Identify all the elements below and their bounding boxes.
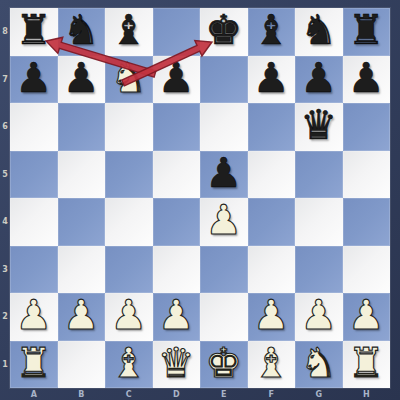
file-label-a: A — [10, 388, 58, 400]
square-a8[interactable]: ♜ — [10, 8, 58, 56]
square-e7[interactable] — [200, 56, 248, 104]
square-h1[interactable]: ♜ — [343, 341, 391, 389]
square-g4[interactable] — [295, 198, 343, 246]
square-c6[interactable] — [105, 103, 153, 151]
square-c1[interactable]: ♝ — [105, 341, 153, 389]
square-d7[interactable]: ♟ — [153, 56, 201, 104]
square-h3[interactable] — [343, 246, 391, 294]
square-c4[interactable] — [105, 198, 153, 246]
file-label-h: H — [343, 388, 391, 400]
square-f6[interactable] — [248, 103, 296, 151]
piece-black-P-b7[interactable]: ♟ — [63, 58, 100, 99]
square-f3[interactable] — [248, 246, 296, 294]
square-d1[interactable]: ♛ — [153, 341, 201, 389]
square-d5[interactable] — [153, 151, 201, 199]
square-e4[interactable]: ♟ — [200, 198, 248, 246]
square-g5[interactable] — [295, 151, 343, 199]
rank-label-5: 5 — [0, 151, 10, 199]
piece-white-P-h2[interactable]: ♟ — [348, 295, 385, 336]
square-d4[interactable] — [153, 198, 201, 246]
square-b2[interactable]: ♟ — [58, 293, 106, 341]
file-label-g: G — [295, 388, 343, 400]
square-f4[interactable] — [248, 198, 296, 246]
piece-white-P-b2[interactable]: ♟ — [63, 295, 100, 336]
square-g8[interactable]: ♞ — [295, 8, 343, 56]
file-labels: ABCDEFGH — [10, 388, 390, 400]
square-h7[interactable]: ♟ — [343, 56, 391, 104]
piece-black-P-h7[interactable]: ♟ — [348, 58, 385, 99]
square-e8[interactable]: ♚ — [200, 8, 248, 56]
square-g6[interactable]: ♛ — [295, 103, 343, 151]
piece-black-R-a8[interactable]: ♜ — [15, 10, 52, 51]
file-label-d: D — [153, 388, 201, 400]
rank-label-4: 4 — [0, 198, 10, 246]
piece-black-N-g8[interactable]: ♞ — [300, 10, 337, 51]
square-e5[interactable]: ♟ — [200, 151, 248, 199]
square-b3[interactable] — [58, 246, 106, 294]
square-b6[interactable] — [58, 103, 106, 151]
square-c2[interactable]: ♟ — [105, 293, 153, 341]
square-h5[interactable] — [343, 151, 391, 199]
piece-black-P-d7[interactable]: ♟ — [158, 58, 195, 99]
square-c5[interactable] — [105, 151, 153, 199]
piece-white-R-h1[interactable]: ♜ — [348, 343, 385, 384]
square-e2[interactable] — [200, 293, 248, 341]
piece-white-N-g1[interactable]: ♞ — [300, 343, 337, 384]
chess-diagram: 87654321 ABCDEFGH ♜♞♝♚♝♞♜♟♟♞♟♟♟♟♛♟♟♟♟♟♟♟… — [0, 0, 400, 400]
square-c8[interactable]: ♝ — [105, 8, 153, 56]
square-c7[interactable]: ♞ — [105, 56, 153, 104]
piece-white-P-c2[interactable]: ♟ — [110, 295, 147, 336]
file-label-e: E — [200, 388, 248, 400]
rank-label-7: 7 — [0, 56, 10, 104]
square-f8[interactable]: ♝ — [248, 8, 296, 56]
piece-black-R-h8[interactable]: ♜ — [348, 10, 385, 51]
square-g3[interactable] — [295, 246, 343, 294]
piece-white-B-f1[interactable]: ♝ — [253, 343, 290, 384]
square-f1[interactable]: ♝ — [248, 341, 296, 389]
square-d3[interactable] — [153, 246, 201, 294]
square-a6[interactable] — [10, 103, 58, 151]
square-b5[interactable] — [58, 151, 106, 199]
square-a3[interactable] — [10, 246, 58, 294]
square-d2[interactable]: ♟ — [153, 293, 201, 341]
piece-white-N-c7[interactable]: ♞ — [110, 58, 147, 99]
piece-black-P-a7[interactable]: ♟ — [15, 58, 52, 99]
square-a7[interactable]: ♟ — [10, 56, 58, 104]
square-a5[interactable] — [10, 151, 58, 199]
square-d6[interactable] — [153, 103, 201, 151]
square-b4[interactable] — [58, 198, 106, 246]
square-h8[interactable]: ♜ — [343, 8, 391, 56]
piece-white-R-a1[interactable]: ♜ — [15, 343, 52, 384]
piece-black-P-f7[interactable]: ♟ — [253, 58, 290, 99]
square-c3[interactable] — [105, 246, 153, 294]
piece-black-B-f8[interactable]: ♝ — [253, 10, 290, 51]
piece-white-P-a2[interactable]: ♟ — [15, 295, 52, 336]
square-h4[interactable] — [343, 198, 391, 246]
square-b7[interactable]: ♟ — [58, 56, 106, 104]
square-e6[interactable] — [200, 103, 248, 151]
square-h6[interactable] — [343, 103, 391, 151]
square-d8[interactable] — [153, 8, 201, 56]
square-f7[interactable]: ♟ — [248, 56, 296, 104]
piece-black-P-e5[interactable]: ♟ — [205, 153, 242, 194]
square-f5[interactable] — [248, 151, 296, 199]
piece-black-K-e8[interactable]: ♚ — [205, 10, 242, 51]
file-label-c: C — [105, 388, 153, 400]
piece-white-P-g2[interactable]: ♟ — [300, 295, 337, 336]
rank-label-2: 2 — [0, 293, 10, 341]
file-label-f: F — [248, 388, 296, 400]
square-a1[interactable]: ♜ — [10, 341, 58, 389]
piece-white-P-e4[interactable]: ♟ — [205, 200, 242, 241]
piece-white-K-e1[interactable]: ♚ — [205, 343, 242, 384]
square-f2[interactable]: ♟ — [248, 293, 296, 341]
piece-white-Q-d1[interactable]: ♛ — [158, 343, 195, 384]
square-b8[interactable]: ♞ — [58, 8, 106, 56]
piece-white-P-d2[interactable]: ♟ — [158, 295, 195, 336]
square-a4[interactable] — [10, 198, 58, 246]
square-g7[interactable]: ♟ — [295, 56, 343, 104]
piece-black-Q-g6[interactable]: ♛ — [300, 105, 337, 146]
piece-white-B-c1[interactable]: ♝ — [110, 343, 147, 384]
rank-labels: 87654321 — [0, 8, 10, 388]
piece-white-P-f2[interactable]: ♟ — [253, 295, 290, 336]
chess-board: ♜♞♝♚♝♞♜♟♟♞♟♟♟♟♛♟♟♟♟♟♟♟♟♟♜♝♛♚♝♞♜ — [10, 8, 390, 388]
rank-label-8: 8 — [0, 8, 10, 56]
rank-label-3: 3 — [0, 246, 10, 294]
square-g1[interactable]: ♞ — [295, 341, 343, 389]
square-g2[interactable]: ♟ — [295, 293, 343, 341]
rank-label-1: 1 — [0, 341, 10, 389]
square-b1[interactable] — [58, 341, 106, 389]
square-e1[interactable]: ♚ — [200, 341, 248, 389]
square-h2[interactable]: ♟ — [343, 293, 391, 341]
file-label-b: B — [58, 388, 106, 400]
square-a2[interactable]: ♟ — [10, 293, 58, 341]
piece-black-N-b8[interactable]: ♞ — [63, 10, 100, 51]
piece-black-B-c8[interactable]: ♝ — [110, 10, 147, 51]
rank-label-6: 6 — [0, 103, 10, 151]
piece-black-P-g7[interactable]: ♟ — [300, 58, 337, 99]
square-e3[interactable] — [200, 246, 248, 294]
